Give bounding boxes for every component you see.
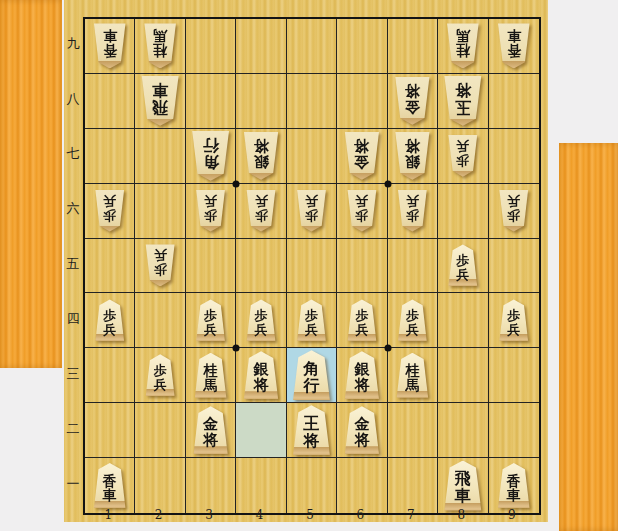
piece-jeweled-king-sente[interactable]: 玉将 (442, 76, 483, 126)
square-7五[interactable] (388, 239, 438, 294)
square-3九[interactable] (186, 19, 236, 74)
piece-kanji: 角行 (203, 137, 219, 170)
square-7四[interactable]: 歩兵 (388, 293, 438, 348)
piece-pawn-sente[interactable]: 歩兵 (144, 244, 176, 286)
square-8五[interactable]: 歩兵 (438, 239, 488, 294)
square-5七[interactable] (287, 129, 337, 184)
piece-pawn-gote[interactable]: 歩兵 (346, 299, 378, 341)
square-5一[interactable] (287, 458, 337, 513)
komadai-bottom-right (559, 143, 618, 531)
piece-lance-gote[interactable]: 香車 (92, 463, 127, 508)
piece-wrapper: 歩兵 (195, 299, 227, 341)
piece-wrapper: 飛車 (442, 461, 483, 511)
square-3八[interactable] (186, 74, 236, 129)
square-6六[interactable]: 歩兵 (337, 184, 387, 239)
square-2七[interactable] (135, 129, 185, 184)
square-6四[interactable]: 歩兵 (337, 293, 387, 348)
piece-kanji: 金将 (354, 138, 369, 169)
piece-wrapper: 歩兵 (498, 299, 530, 341)
piece-pawn-sente[interactable]: 歩兵 (346, 190, 378, 232)
board-grid: 香車桂馬桂馬香車飛車金将玉将角行銀将金将銀将歩兵歩兵歩兵歩兵歩兵歩兵歩兵歩兵歩兵… (83, 17, 541, 515)
square-6三[interactable]: 銀将 (337, 348, 387, 403)
square-1七[interactable] (85, 129, 135, 184)
piece-kanji: 歩兵 (406, 309, 419, 336)
square-3二[interactable]: 金将 (186, 403, 236, 458)
piece-gold-general-gote[interactable]: 金将 (192, 406, 230, 454)
square-6一[interactable] (337, 458, 387, 513)
square-8四[interactable] (438, 293, 488, 348)
piece-kanji: 金将 (354, 417, 369, 448)
piece-wrapper: 金将 (393, 77, 431, 125)
square-9三[interactable] (489, 348, 539, 403)
square-2三[interactable]: 歩兵 (135, 348, 185, 403)
square-1九[interactable]: 香車 (85, 19, 135, 74)
piece-wrapper: 桂馬 (445, 23, 480, 68)
piece-rook-sente[interactable]: 飛車 (140, 76, 181, 126)
piece-kanji: 歩兵 (305, 195, 318, 222)
rank-label-八: 八 (65, 90, 81, 108)
piece-wrapper: 銀将 (343, 351, 381, 399)
piece-pawn-sente[interactable]: 歩兵 (396, 190, 428, 232)
piece-pawn-sente[interactable]: 歩兵 (498, 190, 530, 232)
square-3五[interactable] (186, 239, 236, 294)
square-3一[interactable] (186, 458, 236, 513)
piece-bishop-gote[interactable]: 角行 (291, 350, 332, 400)
piece-wrapper: 桂馬 (143, 23, 178, 68)
piece-kanji: 歩兵 (456, 140, 469, 167)
square-1四[interactable]: 歩兵 (85, 293, 135, 348)
square-9七[interactable] (489, 129, 539, 184)
piece-lance-sente[interactable]: 香車 (496, 23, 531, 68)
square-4八[interactable] (236, 74, 286, 129)
shogi-board: 香車桂馬桂馬香車飛車金将玉将角行銀将金将銀将歩兵歩兵歩兵歩兵歩兵歩兵歩兵歩兵歩兵… (64, 0, 548, 522)
piece-kanji: 歩兵 (154, 364, 167, 391)
piece-kanji: 桂馬 (405, 363, 419, 392)
piece-kanji: 歩兵 (406, 195, 419, 222)
piece-wrapper: 銀将 (242, 132, 280, 180)
piece-wrapper: 歩兵 (396, 299, 428, 341)
piece-kanji: 歩兵 (507, 309, 520, 336)
square-4九[interactable] (236, 19, 286, 74)
piece-knight-gote[interactable]: 桂馬 (193, 353, 228, 398)
square-8一[interactable]: 飛車 (438, 458, 488, 513)
square-6五[interactable] (337, 239, 387, 294)
square-2六[interactable] (135, 184, 185, 239)
square-7一[interactable] (388, 458, 438, 513)
square-9九[interactable]: 香車 (489, 19, 539, 74)
piece-wrapper: 飛車 (140, 76, 181, 126)
square-5二[interactable]: 王将 (287, 403, 337, 458)
square-9六[interactable]: 歩兵 (489, 184, 539, 239)
piece-pawn-sente[interactable]: 歩兵 (447, 135, 479, 177)
piece-kanji: 銀将 (254, 362, 269, 393)
file-label-9: 9 (505, 508, 519, 522)
square-2八[interactable]: 飛車 (135, 74, 185, 129)
piece-pawn-sente[interactable]: 歩兵 (245, 190, 277, 232)
piece-pawn-sente[interactable]: 歩兵 (295, 190, 327, 232)
piece-wrapper: 香車 (496, 23, 531, 68)
piece-kanji: 歩兵 (456, 254, 469, 281)
square-8三[interactable] (438, 348, 488, 403)
square-5四[interactable]: 歩兵 (287, 293, 337, 348)
square-2九[interactable]: 桂馬 (135, 19, 185, 74)
file-label-3: 3 (202, 508, 216, 522)
square-8八[interactable]: 玉将 (438, 74, 488, 129)
square-2四[interactable] (135, 293, 185, 348)
file-label-2: 2 (152, 508, 166, 522)
piece-gold-general-sente[interactable]: 金将 (343, 132, 381, 180)
piece-kanji: 銀将 (354, 362, 369, 393)
piece-kanji: 歩兵 (204, 195, 217, 222)
piece-silver-general-gote[interactable]: 銀将 (343, 351, 381, 399)
square-8二[interactable] (438, 403, 488, 458)
square-8七[interactable]: 歩兵 (438, 129, 488, 184)
piece-wrapper: 銀将 (242, 351, 280, 399)
piece-wrapper: 金将 (343, 132, 381, 180)
square-4六[interactable]: 歩兵 (236, 184, 286, 239)
square-6七[interactable]: 金将 (337, 129, 387, 184)
piece-kanji: 歩兵 (305, 309, 318, 336)
square-4五[interactable] (236, 239, 286, 294)
piece-kanji: 歩兵 (255, 309, 268, 336)
piece-kanji: 玉将 (455, 82, 471, 115)
square-3四[interactable]: 歩兵 (186, 293, 236, 348)
piece-kanji: 飛車 (152, 82, 168, 115)
star-point (384, 345, 391, 352)
piece-wrapper: 歩兵 (245, 299, 277, 341)
piece-pawn-sente[interactable]: 歩兵 (94, 190, 126, 232)
rank-label-五: 五 (65, 255, 81, 273)
square-8六[interactable] (438, 184, 488, 239)
piece-kanji: 歩兵 (355, 309, 368, 336)
piece-kanji: 歩兵 (204, 309, 217, 336)
piece-wrapper: 銀将 (393, 132, 431, 180)
piece-kanji: 王将 (303, 416, 319, 449)
piece-pawn-gote[interactable]: 歩兵 (94, 299, 126, 341)
piece-kanji: 香車 (103, 29, 117, 58)
piece-kanji: 歩兵 (355, 195, 368, 222)
piece-kanji: 香車 (507, 29, 521, 58)
file-label-4: 4 (253, 508, 267, 522)
square-7七[interactable]: 銀将 (388, 129, 438, 184)
piece-silver-general-sente[interactable]: 銀将 (393, 132, 431, 180)
square-3六[interactable]: 歩兵 (186, 184, 236, 239)
rank-label-二: 二 (65, 420, 81, 438)
square-1三[interactable] (85, 348, 135, 403)
piece-wrapper: 金将 (343, 406, 381, 454)
rank-label-四: 四 (65, 310, 81, 328)
piece-kanji: 歩兵 (103, 195, 116, 222)
square-5八[interactable] (287, 74, 337, 129)
square-5五[interactable] (287, 239, 337, 294)
piece-wrapper: 香車 (92, 463, 127, 508)
square-1六[interactable]: 歩兵 (85, 184, 135, 239)
file-label-1: 1 (101, 508, 115, 522)
star-point (384, 180, 391, 187)
square-1五[interactable] (85, 239, 135, 294)
piece-gold-general-gote[interactable]: 金将 (343, 406, 381, 454)
piece-kanji: 桂馬 (153, 29, 167, 58)
file-label-7: 7 (404, 508, 418, 522)
piece-wrapper: 金将 (192, 406, 230, 454)
square-1八[interactable] (85, 74, 135, 129)
piece-pawn-gote[interactable]: 歩兵 (396, 299, 428, 341)
square-4三[interactable]: 銀将 (236, 348, 286, 403)
rank-label-三: 三 (65, 365, 81, 383)
piece-silver-general-gote[interactable]: 銀将 (242, 351, 280, 399)
square-3七[interactable]: 角行 (186, 129, 236, 184)
square-2一[interactable] (135, 458, 185, 513)
piece-wrapper: 歩兵 (396, 190, 428, 232)
piece-pawn-gote[interactable]: 歩兵 (195, 299, 227, 341)
piece-pawn-gote[interactable]: 歩兵 (295, 299, 327, 341)
square-7八[interactable]: 金将 (388, 74, 438, 129)
square-2五[interactable]: 歩兵 (135, 239, 185, 294)
piece-wrapper: 歩兵 (195, 190, 227, 232)
piece-wrapper: 歩兵 (245, 190, 277, 232)
square-7二[interactable] (388, 403, 438, 458)
piece-wrapper: 歩兵 (295, 190, 327, 232)
square-4一[interactable] (236, 458, 286, 513)
piece-pawn-gote[interactable]: 歩兵 (447, 244, 479, 286)
square-6二[interactable]: 金将 (337, 403, 387, 458)
piece-wrapper: 歩兵 (447, 244, 479, 286)
rank-label-七: 七 (65, 145, 81, 163)
square-6九[interactable] (337, 19, 387, 74)
piece-rook-gote[interactable]: 飛車 (442, 461, 483, 511)
square-9四[interactable]: 歩兵 (489, 293, 539, 348)
square-7六[interactable]: 歩兵 (388, 184, 438, 239)
shogi-app: 香車桂馬桂馬香車飛車金将玉将角行銀将金将銀将歩兵歩兵歩兵歩兵歩兵歩兵歩兵歩兵歩兵… (0, 0, 618, 531)
square-1一[interactable]: 香車 (85, 458, 135, 513)
piece-wrapper: 香車 (496, 463, 531, 508)
piece-knight-gote[interactable]: 桂馬 (395, 353, 430, 398)
piece-wrapper: 角行 (291, 350, 332, 400)
square-7三[interactable]: 桂馬 (388, 348, 438, 403)
piece-pawn-gote[interactable]: 歩兵 (144, 354, 176, 396)
square-6八[interactable] (337, 74, 387, 129)
piece-wrapper: 香車 (92, 23, 127, 68)
file-label-8: 8 (454, 508, 468, 522)
piece-kanji: 歩兵 (103, 309, 116, 336)
square-4四[interactable]: 歩兵 (236, 293, 286, 348)
square-3三[interactable]: 桂馬 (186, 348, 236, 403)
piece-wrapper: 歩兵 (144, 244, 176, 286)
piece-pawn-gote[interactable]: 歩兵 (245, 299, 277, 341)
piece-kanji: 金将 (203, 417, 218, 448)
piece-kanji: 香車 (507, 474, 521, 503)
piece-kanji: 銀将 (405, 138, 420, 169)
piece-king-gote[interactable]: 王将 (291, 405, 332, 455)
piece-wrapper: 桂馬 (193, 353, 228, 398)
square-8九[interactable]: 桂馬 (438, 19, 488, 74)
piece-wrapper: 歩兵 (94, 190, 126, 232)
piece-pawn-sente[interactable]: 歩兵 (195, 190, 227, 232)
piece-kanji: 飛車 (455, 471, 471, 504)
square-2二[interactable] (135, 403, 185, 458)
piece-wrapper: 歩兵 (346, 190, 378, 232)
piece-silver-general-sente[interactable]: 銀将 (242, 132, 280, 180)
piece-wrapper: 歩兵 (295, 299, 327, 341)
rank-label-一: 一 (65, 475, 81, 493)
piece-kanji: 金将 (405, 83, 420, 114)
piece-kanji: 香車 (103, 474, 117, 503)
piece-wrapper: 玉将 (442, 76, 483, 126)
file-label-6: 6 (353, 508, 367, 522)
piece-kanji: 歩兵 (507, 195, 520, 222)
square-9八[interactable] (489, 74, 539, 129)
square-5三[interactable]: 角行 (287, 348, 337, 403)
piece-wrapper: 歩兵 (144, 354, 176, 396)
piece-wrapper: 王将 (291, 405, 332, 455)
piece-knight-sente[interactable]: 桂馬 (445, 23, 480, 68)
rank-label-九: 九 (65, 35, 81, 53)
piece-wrapper: 歩兵 (346, 299, 378, 341)
file-label-5: 5 (303, 508, 317, 522)
square-5九[interactable] (287, 19, 337, 74)
piece-wrapper: 角行 (190, 131, 231, 181)
square-9一[interactable]: 香車 (489, 458, 539, 513)
piece-kanji: 角行 (303, 361, 319, 394)
piece-bishop-sente[interactable]: 角行 (190, 131, 231, 181)
piece-wrapper: 桂馬 (395, 353, 430, 398)
piece-kanji: 銀将 (254, 138, 269, 169)
square-1二[interactable] (85, 403, 135, 458)
square-4七[interactable]: 銀将 (236, 129, 286, 184)
square-4二[interactable] (236, 403, 286, 458)
piece-wrapper: 歩兵 (94, 299, 126, 341)
komadai-top-left (0, 0, 62, 368)
piece-lance-sente[interactable]: 香車 (92, 23, 127, 68)
square-7九[interactable] (388, 19, 438, 74)
piece-knight-sente[interactable]: 桂馬 (143, 23, 178, 68)
piece-kanji: 歩兵 (154, 249, 167, 276)
star-point (233, 180, 240, 187)
piece-kanji: 桂馬 (204, 363, 218, 392)
square-9五[interactable] (489, 239, 539, 294)
star-point (233, 345, 240, 352)
piece-gold-general-sente[interactable]: 金将 (393, 77, 431, 125)
piece-pawn-gote[interactable]: 歩兵 (498, 299, 530, 341)
rank-label-六: 六 (65, 200, 81, 218)
piece-kanji: 歩兵 (255, 195, 268, 222)
square-5六[interactable]: 歩兵 (287, 184, 337, 239)
square-9二[interactable] (489, 403, 539, 458)
piece-lance-gote[interactable]: 香車 (496, 463, 531, 508)
piece-kanji: 桂馬 (456, 29, 470, 58)
piece-wrapper: 歩兵 (498, 190, 530, 232)
piece-wrapper: 歩兵 (447, 135, 479, 177)
